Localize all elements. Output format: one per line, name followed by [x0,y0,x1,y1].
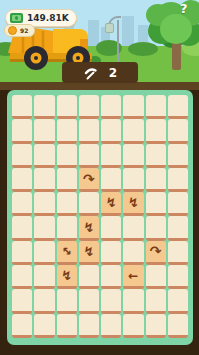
hop-arc-arrow-icon: ↷ [150,244,162,258]
board-cell-empty [168,119,188,143]
board-cell-empty [34,314,54,338]
board-cell-empty [34,241,54,265]
board-cell-empty [146,216,166,240]
board-cell-empty [79,119,99,143]
board-cell-empty [34,144,54,168]
coin-badge[interactable]: 92 [4,24,35,37]
money-amount: 149.81K [27,13,69,23]
board-cell-zigzag-down-arrow[interactable]: ↯ [101,192,121,216]
board-cell-empty [123,168,143,192]
board-cell-empty [168,265,188,289]
board-cell-empty [101,314,121,338]
board-cell-empty [168,314,188,338]
moves-remaining: 2 [109,66,117,80]
board-cell-empty [79,95,99,119]
board-cell-empty [123,216,143,240]
board-cell-empty [12,95,32,119]
board-cell-empty [146,192,166,216]
board-cell-empty [123,95,143,119]
tree-trunk [172,40,181,70]
lamp-icon [105,23,114,33]
board-cell-empty [123,144,143,168]
puzzle-board: ↷↯↯↯↔↯↷↯← [7,90,193,345]
board-cell-left-arrow[interactable]: ← [123,265,143,289]
board-cell-empty [12,144,32,168]
game-screen: 149.81K 92 ? 2 ↷↯↯↯↔↯↷↯← [0,0,199,355]
moves-counter: 2 [62,62,138,83]
board-cell-empty [34,216,54,240]
diagonal-double-arrow-icon: ↔ [59,244,75,260]
board-cell-empty [168,144,188,168]
board-cell-empty [146,265,166,289]
board-cell-empty [34,119,54,143]
left-arrow-icon: ← [128,270,138,282]
board-cell-empty [12,119,32,143]
board-cell-zigzag-down-arrow[interactable]: ↯ [57,265,77,289]
board-cell-empty [168,241,188,265]
board-cell-zigzag-down-arrow[interactable]: ↯ [79,241,99,265]
board-cell-empty [101,168,121,192]
board-cell-empty [146,289,166,313]
board-cell-empty [57,216,77,240]
board-cell-empty [79,314,99,338]
board-cell-empty [57,95,77,119]
board-cell-empty [12,241,32,265]
board-cell-empty [101,119,121,143]
board-cell-hop-arc-arrow[interactable]: ↷ [146,241,166,265]
board-cell-empty [57,119,77,143]
board-cell-empty [79,192,99,216]
board-cell-empty [34,95,54,119]
board-cell-empty [79,144,99,168]
board-cell-diagonal-double-arrow[interactable]: ↔ [57,241,77,265]
board-cell-empty [146,168,166,192]
board-cell-empty [146,95,166,119]
board-cell-empty [57,289,77,313]
board-cell-empty [12,314,32,338]
zigzag-down-arrow-icon: ↯ [128,196,139,209]
board-cell-empty [57,314,77,338]
board-cell-empty [12,289,32,313]
board-cell-empty [146,119,166,143]
board-cell-empty [79,265,99,289]
board-cell-empty [12,168,32,192]
board-cell-empty [123,289,143,313]
board-cell-empty [168,289,188,313]
board-cell-zigzag-down-arrow[interactable]: ↯ [79,216,99,240]
pickaxe-icon [83,66,97,80]
coin-icon [8,26,17,35]
board-cell-empty [146,314,166,338]
board-cell-empty [57,192,77,216]
board-cell-empty [101,241,121,265]
board-cell-empty [146,144,166,168]
board-cell-empty [12,265,32,289]
zigzag-down-arrow-icon: ↯ [83,221,94,234]
cash-icon [10,13,23,23]
zigzag-down-arrow-icon: ↯ [83,245,94,258]
board-cell-empty [168,216,188,240]
board-cell-empty [101,144,121,168]
board-cell-empty [79,289,99,313]
hop-arc-arrow-icon: ↷ [83,172,95,186]
board-cell-empty [34,289,54,313]
board-cell-empty [168,192,188,216]
zigzag-down-arrow-icon: ↯ [106,196,117,209]
grass-mound [128,42,158,56]
board-cell-empty [34,192,54,216]
board-cell-empty [34,265,54,289]
board-cell-empty [123,241,143,265]
dirt-strip [0,82,199,90]
board-cell-empty [101,216,121,240]
board-cell-empty [168,95,188,119]
help-button[interactable]: ? [180,1,188,16]
tree-foliage [160,14,192,44]
coin-amount: 92 [20,27,28,34]
board-cell-empty [12,192,32,216]
board-cell-empty [57,144,77,168]
board-cell-empty [123,314,143,338]
board-cell-empty [34,168,54,192]
board-cell-zigzag-down-arrow[interactable]: ↯ [123,192,143,216]
board-cell-empty [101,289,121,313]
board-cell-empty [123,119,143,143]
board-cell-empty [168,168,188,192]
board-cell-empty [12,216,32,240]
board-cell-empty [101,265,121,289]
board-cell-hop-arc-arrow[interactable]: ↷ [79,168,99,192]
zigzag-down-arrow-icon: ↯ [61,269,72,282]
board-cell-empty [57,168,77,192]
board-grid: ↷↯↯↯↔↯↷↯← [12,95,188,338]
board-cell-empty [101,95,121,119]
